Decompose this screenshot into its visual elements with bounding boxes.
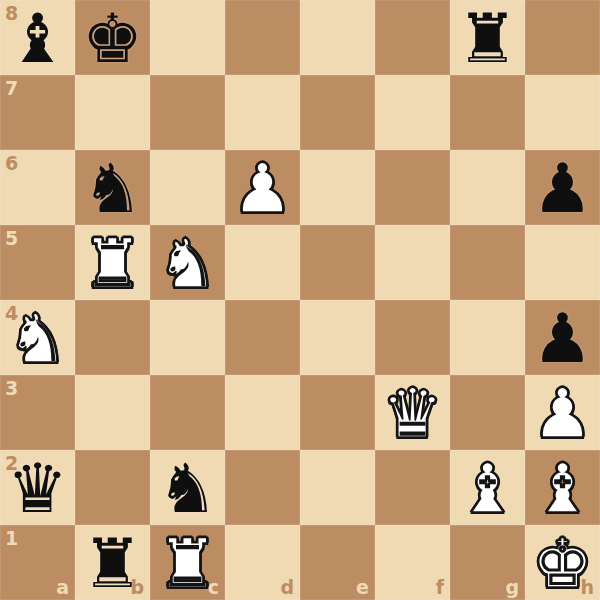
file-label-f: f [436, 578, 444, 597]
square-h6[interactable]: ♟ [525, 150, 600, 225]
square-f6[interactable] [375, 150, 450, 225]
square-a6[interactable]: 6 [0, 150, 75, 225]
square-h2[interactable]: ♝ [525, 450, 600, 525]
square-d3[interactable] [225, 375, 300, 450]
square-d1[interactable]: d [225, 525, 300, 600]
square-g8[interactable]: ♜ [450, 0, 525, 75]
square-h4[interactable]: ♟ [525, 300, 600, 375]
square-h7[interactable] [525, 75, 600, 150]
rank-label-1: 1 [5, 529, 18, 548]
piece-white-queen-f3[interactable]: ♛ [382, 376, 443, 451]
square-b7[interactable] [75, 75, 150, 150]
square-f3[interactable]: ♛ [375, 375, 450, 450]
square-e4[interactable] [300, 300, 375, 375]
piece-black-pawn-h6[interactable]: ♟ [532, 151, 593, 226]
square-g3[interactable] [450, 375, 525, 450]
piece-white-king-h1[interactable]: ♚ [532, 526, 593, 600]
file-label-g: g [505, 578, 519, 597]
square-c2[interactable]: ♞ [150, 450, 225, 525]
chess-board: 8♝♚♜76♞♟♟5♜♞4♞♟3♛♟2♛♞♝♝1ab♜c♜defgh♚ [0, 0, 600, 600]
square-e5[interactable] [300, 225, 375, 300]
piece-white-bishop-g2[interactable]: ♝ [457, 451, 518, 526]
piece-black-knight-b6[interactable]: ♞ [82, 151, 143, 226]
square-a5[interactable]: 5 [0, 225, 75, 300]
square-a2[interactable]: 2♛ [0, 450, 75, 525]
square-h8[interactable] [525, 0, 600, 75]
square-c4[interactable] [150, 300, 225, 375]
file-label-a: a [56, 578, 69, 597]
square-b6[interactable]: ♞ [75, 150, 150, 225]
square-a1[interactable]: 1a [0, 525, 75, 600]
square-e6[interactable] [300, 150, 375, 225]
square-f5[interactable] [375, 225, 450, 300]
square-g7[interactable] [450, 75, 525, 150]
file-label-d: d [280, 578, 294, 597]
rank-label-6: 6 [5, 154, 18, 173]
square-d8[interactable] [225, 0, 300, 75]
rank-label-5: 5 [5, 229, 18, 248]
square-c6[interactable] [150, 150, 225, 225]
square-h5[interactable] [525, 225, 600, 300]
square-b2[interactable] [75, 450, 150, 525]
square-g5[interactable] [450, 225, 525, 300]
square-f4[interactable] [375, 300, 450, 375]
square-d6[interactable]: ♟ [225, 150, 300, 225]
square-h1[interactable]: h♚ [525, 525, 600, 600]
square-b5[interactable]: ♜ [75, 225, 150, 300]
square-d4[interactable] [225, 300, 300, 375]
square-b1[interactable]: b♜ [75, 525, 150, 600]
piece-black-rook-g8[interactable]: ♜ [457, 1, 518, 76]
square-b3[interactable] [75, 375, 150, 450]
square-e7[interactable] [300, 75, 375, 150]
square-a3[interactable]: 3 [0, 375, 75, 450]
file-label-e: e [356, 578, 369, 597]
square-d5[interactable] [225, 225, 300, 300]
piece-white-pawn-d6[interactable]: ♟ [232, 151, 293, 226]
square-b4[interactable] [75, 300, 150, 375]
square-f8[interactable] [375, 0, 450, 75]
square-a8[interactable]: 8♝ [0, 0, 75, 75]
square-c3[interactable] [150, 375, 225, 450]
square-c1[interactable]: c♜ [150, 525, 225, 600]
piece-white-bishop-h2[interactable]: ♝ [532, 451, 593, 526]
piece-white-rook-c1[interactable]: ♜ [157, 526, 218, 600]
square-a4[interactable]: 4♞ [0, 300, 75, 375]
square-c5[interactable]: ♞ [150, 225, 225, 300]
square-c7[interactable] [150, 75, 225, 150]
square-e2[interactable] [300, 450, 375, 525]
piece-black-bishop-a8[interactable]: ♝ [7, 1, 68, 76]
square-e3[interactable] [300, 375, 375, 450]
square-d2[interactable] [225, 450, 300, 525]
rank-label-3: 3 [5, 379, 18, 398]
piece-white-knight-a4[interactable]: ♞ [7, 301, 68, 376]
rank-label-7: 7 [5, 79, 18, 98]
piece-white-rook-b5[interactable]: ♜ [82, 226, 143, 301]
square-g6[interactable] [450, 150, 525, 225]
square-a7[interactable]: 7 [0, 75, 75, 150]
piece-black-pawn-h4[interactable]: ♟ [532, 301, 593, 376]
piece-black-rook-b1[interactable]: ♜ [82, 526, 143, 600]
square-f7[interactable] [375, 75, 450, 150]
square-c8[interactable] [150, 0, 225, 75]
piece-white-pawn-h3[interactable]: ♟ [532, 376, 593, 451]
square-f2[interactable] [375, 450, 450, 525]
square-g4[interactable] [450, 300, 525, 375]
square-g2[interactable]: ♝ [450, 450, 525, 525]
piece-black-king-b8[interactable]: ♚ [82, 1, 143, 76]
piece-white-knight-c5[interactable]: ♞ [157, 226, 218, 301]
piece-black-knight-c2[interactable]: ♞ [157, 451, 218, 526]
square-g1[interactable]: g [450, 525, 525, 600]
square-b8[interactable]: ♚ [75, 0, 150, 75]
square-d7[interactable] [225, 75, 300, 150]
square-h3[interactable]: ♟ [525, 375, 600, 450]
square-e1[interactable]: e [300, 525, 375, 600]
piece-black-queen-a2[interactable]: ♛ [7, 451, 68, 526]
square-e8[interactable] [300, 0, 375, 75]
square-f1[interactable]: f [375, 525, 450, 600]
